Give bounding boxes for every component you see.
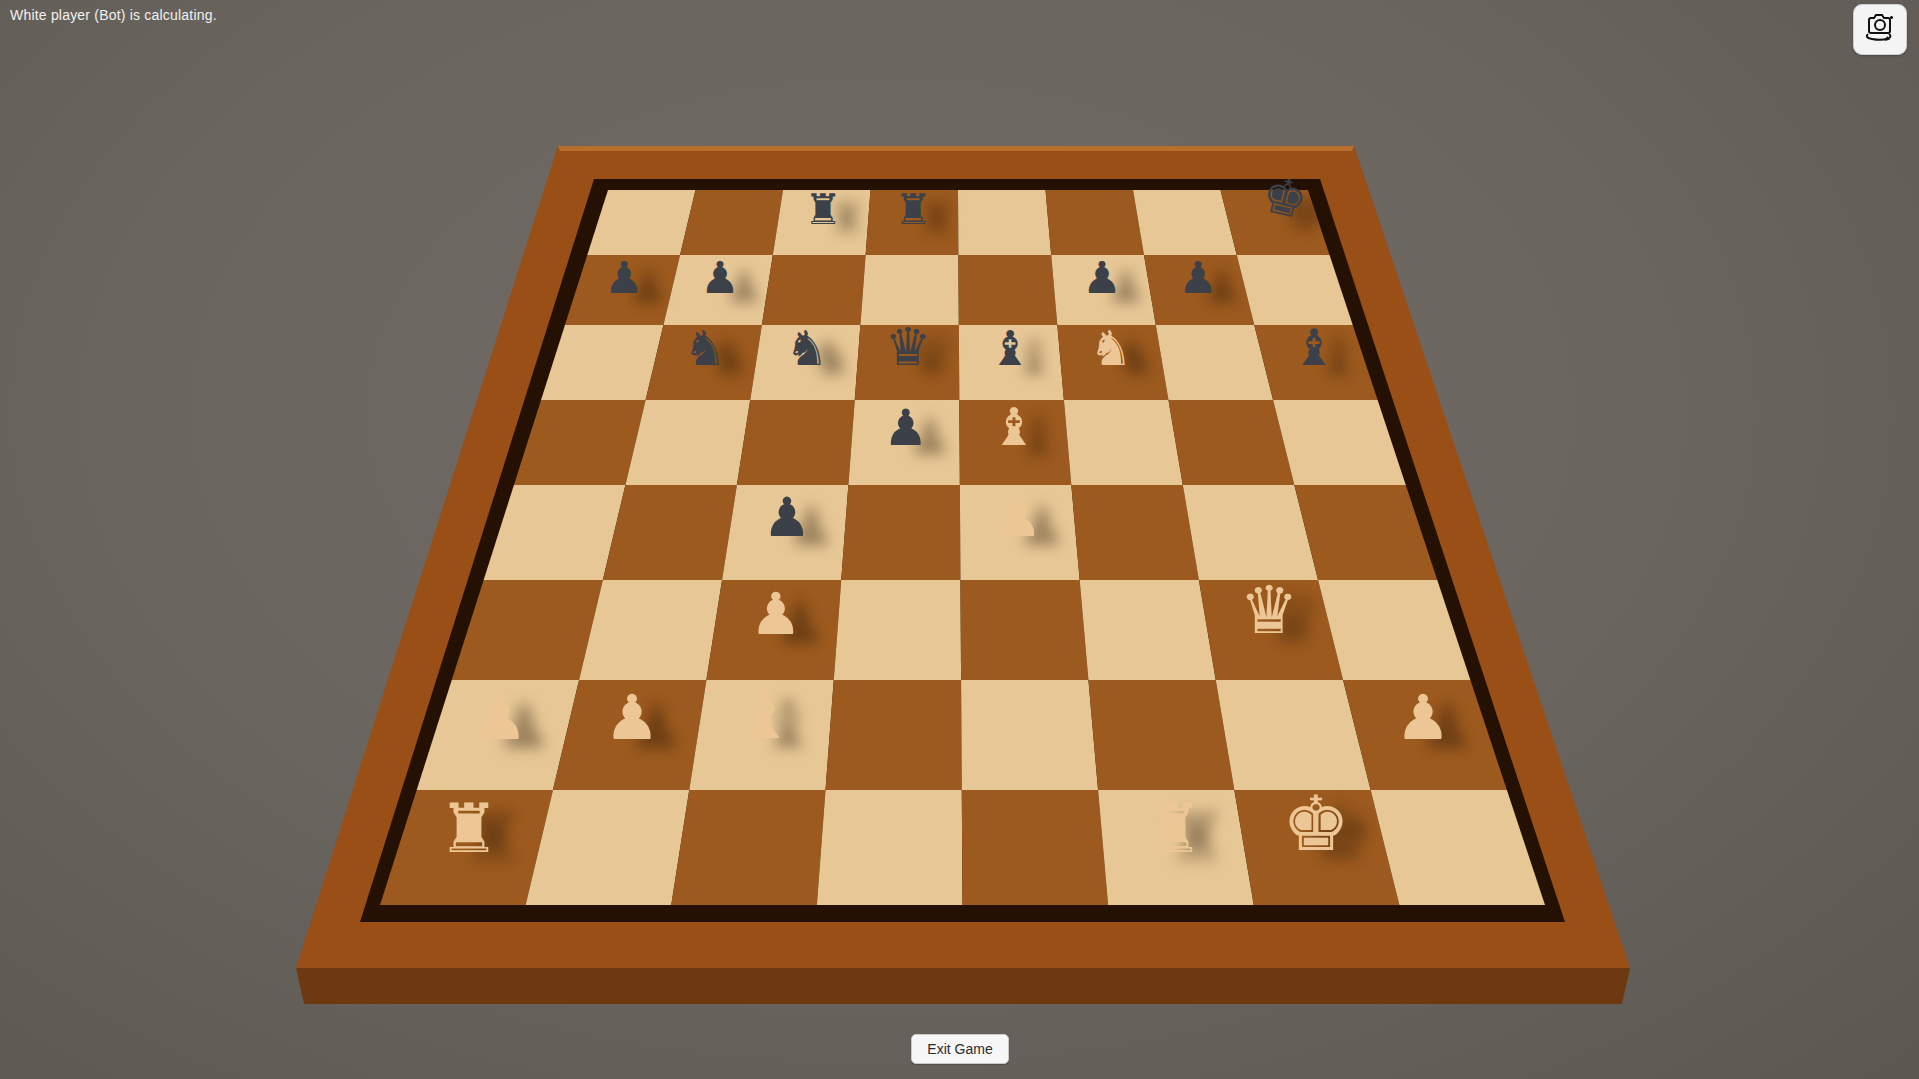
piece-white-rook-f1[interactable]: ♜ xyxy=(1143,794,1204,862)
piece-black-queen-d6[interactable]: ♛ xyxy=(885,321,932,373)
square-f4[interactable] xyxy=(1071,485,1199,580)
square-d2[interactable] xyxy=(826,680,962,790)
piece-white-knight-f6[interactable]: ♞ xyxy=(1089,325,1132,373)
square-d7[interactable] xyxy=(860,255,958,325)
piece-white-pawn-c3[interactable]: ♟ xyxy=(750,585,802,643)
piece-white-pawn-b2[interactable]: ♟ xyxy=(604,687,660,749)
frame-top-highlight xyxy=(558,146,1354,151)
piece-black-rook-d8[interactable]: ♜ xyxy=(894,189,932,231)
square-c7[interactable] xyxy=(762,255,866,325)
piece-black-pawn-c4[interactable]: ♟ xyxy=(763,490,811,544)
square-g4[interactable] xyxy=(1183,485,1318,580)
square-d1[interactable] xyxy=(817,790,963,905)
piece-black-pawn-a7[interactable]: ♟ xyxy=(604,256,643,300)
square-c1[interactable] xyxy=(671,790,825,905)
chess-board[interactable] xyxy=(0,0,1919,1079)
piece-black-pawn-g7[interactable]: ♟ xyxy=(1178,256,1217,300)
piece-white-pawn-h2[interactable]: ♟ xyxy=(1395,687,1451,749)
piece-black-knight-c6[interactable]: ♞ xyxy=(785,325,828,373)
square-f3[interactable] xyxy=(1080,580,1216,680)
square-e1[interactable] xyxy=(962,790,1108,905)
square-f8[interactable] xyxy=(1046,190,1144,255)
board-frame-front xyxy=(296,968,1630,1004)
app-background: White player (Bot) is calculating. ♜♜♚♟♟… xyxy=(0,0,1919,1079)
piece-black-knight-b6[interactable]: ♞ xyxy=(683,325,726,373)
square-b1[interactable] xyxy=(526,790,690,905)
piece-black-pawn-d5[interactable]: ♟ xyxy=(884,403,929,453)
piece-white-queen-g3[interactable]: ♛ xyxy=(1239,577,1298,643)
piece-white-rook-a1[interactable]: ♜ xyxy=(439,794,500,862)
square-b5[interactable] xyxy=(625,400,750,485)
square-g5[interactable] xyxy=(1168,400,1294,485)
square-b3[interactable] xyxy=(579,580,722,680)
square-e7[interactable] xyxy=(958,255,1057,325)
piece-white-pawn-a2[interactable]: ♟ xyxy=(472,687,528,749)
square-g8[interactable] xyxy=(1133,190,1237,255)
piece-black-rook-c8[interactable]: ♜ xyxy=(804,189,842,231)
piece-black-bishop-h6[interactable]: ♝ xyxy=(1292,323,1337,373)
exit-game-button[interactable]: Exit Game xyxy=(911,1034,1009,1064)
square-b4[interactable] xyxy=(603,485,737,580)
piece-white-bishop-e5[interactable]: ♝ xyxy=(991,401,1038,453)
square-d3[interactable] xyxy=(834,580,961,680)
square-c5[interactable] xyxy=(737,400,855,485)
piece-white-king-g1[interactable]: ♚ xyxy=(1282,786,1350,862)
piece-black-pawn-f7[interactable]: ♟ xyxy=(1082,256,1121,300)
square-g6[interactable] xyxy=(1156,325,1273,400)
square-f5[interactable] xyxy=(1064,400,1183,485)
square-e3[interactable] xyxy=(960,580,1088,680)
square-e8[interactable] xyxy=(958,190,1051,255)
piece-white-pawn-e4[interactable]: ♟ xyxy=(994,490,1042,544)
square-e2[interactable] xyxy=(961,680,1098,790)
square-f2[interactable] xyxy=(1088,680,1234,790)
piece-black-pawn-b7[interactable]: ♟ xyxy=(700,256,739,300)
square-d4[interactable] xyxy=(841,485,960,580)
piece-black-bishop-e6[interactable]: ♝ xyxy=(988,325,1031,373)
piece-white-bishop-c2[interactable]: ♝ xyxy=(734,682,793,748)
square-b8[interactable] xyxy=(680,190,783,255)
